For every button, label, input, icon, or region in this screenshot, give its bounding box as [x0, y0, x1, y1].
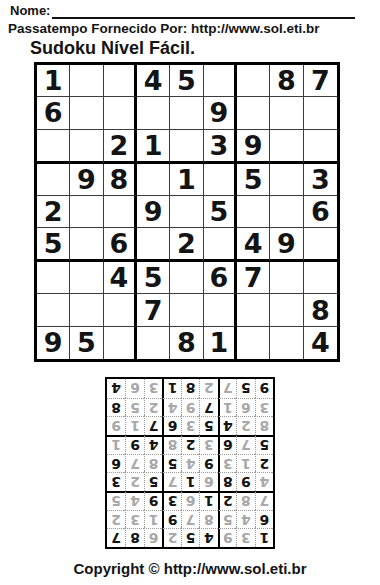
solution-cell-r8c1: 3 [255, 398, 273, 417]
solution-cell-r7c4: 5 [199, 416, 217, 435]
solution-cell-r3c2: 8 [236, 491, 254, 510]
puzzle-cell-r8c2[interactable] [70, 294, 103, 326]
puzzle-cell-r5c9[interactable]: 6 [304, 196, 337, 228]
puzzle-cell-r3c3[interactable]: 2 [104, 130, 137, 164]
solution-cell-r8c7: 2 [144, 398, 162, 417]
solution-cell-r1c1: 1 [255, 528, 273, 547]
solution-cell-r4c2: 9 [236, 472, 254, 491]
solution-cell-r2c5: 7 [181, 510, 199, 529]
solution-cell-r6c1: 5 [255, 435, 273, 454]
solution-cell-r8c9: 8 [107, 398, 125, 417]
solution-cell-r7c1: 8 [255, 416, 273, 435]
puzzle-cell-r1c2[interactable] [70, 65, 103, 97]
puzzle-cell-r6c7[interactable]: 4 [237, 228, 270, 262]
solution-cell-r8c6: 4 [162, 398, 180, 417]
puzzle-cell-r7c5[interactable] [170, 262, 203, 294]
solution-cell-r5c2: 1 [236, 454, 254, 473]
puzzle-cell-r4c6[interactable] [204, 164, 237, 196]
puzzle-cell-r2c2[interactable] [70, 97, 103, 129]
puzzle-cell-r5c6[interactable]: 5 [204, 196, 237, 228]
puzzle-cell-r7c9[interactable] [304, 262, 337, 294]
solution-cell-r9c1: 9 [255, 379, 273, 398]
puzzle-cell-r5c5[interactable] [170, 196, 203, 228]
puzzle-cell-r4c7[interactable]: 5 [237, 164, 270, 196]
puzzle-cell-r1c7[interactable] [237, 65, 270, 97]
puzzle-cell-r2c9[interactable] [304, 97, 337, 129]
sudoku-puzzle-grid: 145876921399815329565624945677895814 [34, 62, 340, 362]
solution-cell-r7c7: 7 [144, 416, 162, 435]
solution-cell-r9c6: 1 [162, 379, 180, 398]
puzzle-cell-r8c7[interactable] [237, 294, 270, 326]
puzzle-cell-r4c8[interactable] [270, 164, 303, 196]
puzzle-cell-r2c3[interactable] [104, 97, 137, 129]
puzzle-cell-r4c9[interactable]: 3 [304, 164, 337, 196]
solution-cell-r5c4: 9 [199, 454, 217, 473]
solution-cell-r8c3: 1 [218, 398, 236, 417]
puzzle-cell-r8c1[interactable] [37, 294, 70, 326]
puzzle-cell-r9c8[interactable] [270, 327, 303, 359]
provided-by-text: Passatempo Fornecido Por: http://www.sol… [8, 21, 320, 36]
solution-cell-r2c9: 2 [107, 510, 125, 529]
puzzle-cell-r9c7[interactable] [237, 327, 270, 359]
puzzle-cell-r6c8[interactable]: 9 [270, 228, 303, 262]
solution-cell-r4c6: 7 [162, 472, 180, 491]
solution-cell-r2c8: 3 [125, 510, 143, 529]
solution-cell-r5c8: 7 [125, 454, 143, 473]
solution-cell-r1c9: 7 [107, 528, 125, 547]
puzzle-cell-r7c8[interactable] [270, 262, 303, 294]
puzzle-cell-r9c5[interactable]: 8 [170, 327, 203, 359]
puzzle-cell-r8c8[interactable] [270, 294, 303, 326]
puzzle-cell-r7c6[interactable]: 6 [204, 262, 237, 294]
solution-cell-r6c8: 9 [125, 435, 143, 454]
puzzle-cell-r6c5[interactable]: 2 [170, 228, 203, 262]
solution-cell-r9c9: 4 [107, 379, 125, 398]
solution-cell-r1c5: 5 [181, 528, 199, 547]
puzzle-cell-r7c4[interactable]: 5 [137, 262, 170, 294]
solution-cell-r1c2: 3 [236, 528, 254, 547]
sudoku-solution-grid-rotated: 1394526876458791327821639454986175232139… [105, 377, 275, 549]
solution-cell-r2c6: 9 [162, 510, 180, 529]
solution-cell-r6c6: 8 [162, 435, 180, 454]
solution-cell-r2c4: 8 [199, 510, 217, 529]
puzzle-cell-r1c8[interactable]: 8 [270, 65, 303, 97]
puzzle-cell-r6c4[interactable] [137, 228, 170, 262]
solution-cell-r5c3: 3 [218, 454, 236, 473]
solution-cell-r9c2: 5 [236, 379, 254, 398]
solution-cell-r5c6: 5 [162, 454, 180, 473]
puzzle-cell-r6c9[interactable] [304, 228, 337, 262]
solution-cell-r4c1: 4 [255, 472, 273, 491]
solution-cell-r5c7: 8 [144, 454, 162, 473]
solution-cell-r4c3: 8 [218, 472, 236, 491]
copyright-text: Copyright © http://www.sol.eti.br [0, 560, 380, 577]
puzzle-cell-r8c6[interactable] [204, 294, 237, 326]
puzzle-cell-r3c8[interactable] [270, 130, 303, 164]
page-title: Sudoku Nível Fácil. [30, 38, 195, 59]
puzzle-cell-r1c6[interactable] [204, 65, 237, 97]
puzzle-cell-r2c8[interactable] [270, 97, 303, 129]
puzzle-cell-r4c5[interactable]: 1 [170, 164, 203, 196]
solution-cell-r6c2: 7 [236, 435, 254, 454]
solution-cell-r6c9: 1 [107, 435, 125, 454]
solution-cell-r3c3: 2 [218, 491, 236, 510]
puzzle-cell-r9c4[interactable] [137, 327, 170, 359]
solution-cell-r3c8: 4 [125, 491, 143, 510]
puzzle-cell-r2c4[interactable] [137, 97, 170, 129]
puzzle-cell-r8c9[interactable]: 8 [304, 294, 337, 326]
puzzle-cell-r6c1[interactable]: 5 [37, 228, 70, 262]
solution-cell-r3c5: 6 [181, 491, 199, 510]
solution-cell-r1c6: 2 [162, 528, 180, 547]
solution-cell-r2c2: 4 [236, 510, 254, 529]
solution-cell-r1c8: 8 [125, 528, 143, 547]
puzzle-cell-r6c6[interactable] [204, 228, 237, 262]
puzzle-cell-r3c4[interactable]: 1 [137, 130, 170, 164]
solution-cell-r9c5: 8 [181, 379, 199, 398]
puzzle-cell-r1c1[interactable]: 1 [37, 65, 70, 97]
puzzle-cell-r7c7[interactable]: 7 [237, 262, 270, 294]
solution-cell-r6c7: 4 [144, 435, 162, 454]
puzzle-cell-r2c7[interactable] [237, 97, 270, 129]
solution-cell-r7c2: 2 [236, 416, 254, 435]
puzzle-cell-r2c1[interactable]: 6 [37, 97, 70, 129]
solution-cell-r7c5: 3 [181, 416, 199, 435]
puzzle-cell-r9c6[interactable]: 1 [204, 327, 237, 359]
solution-cell-r7c3: 4 [218, 416, 236, 435]
solution-cell-r6c4: 3 [199, 435, 217, 454]
solution-cell-r4c4: 6 [199, 472, 217, 491]
solution-cell-r9c7: 3 [144, 379, 162, 398]
puzzle-cell-r4c1[interactable] [37, 164, 70, 196]
solution-cell-r1c3: 9 [218, 528, 236, 547]
solution-cell-r7c9: 9 [107, 416, 125, 435]
solution-cell-r5c1: 2 [255, 454, 273, 473]
puzzle-cell-r3c5[interactable] [170, 130, 203, 164]
solution-cell-r4c9: 3 [107, 472, 125, 491]
puzzle-cell-r6c3[interactable]: 6 [104, 228, 137, 262]
puzzle-cell-r9c3[interactable] [104, 327, 137, 359]
puzzle-cell-r5c1[interactable]: 2 [37, 196, 70, 228]
puzzle-cell-r9c2[interactable]: 5 [70, 327, 103, 359]
solution-cell-r1c4: 4 [199, 528, 217, 547]
puzzle-cell-r5c4[interactable]: 9 [137, 196, 170, 228]
puzzle-cell-r5c8[interactable] [270, 196, 303, 228]
solution-cell-r3c4: 1 [199, 491, 217, 510]
puzzle-cell-r3c2[interactable] [70, 130, 103, 164]
puzzle-cell-r7c2[interactable] [70, 262, 103, 294]
solution-cell-r5c9: 6 [107, 454, 125, 473]
puzzle-cell-r8c3[interactable] [104, 294, 137, 326]
puzzle-cell-r9c9[interactable]: 4 [304, 327, 337, 359]
solution-cell-r5c5: 4 [181, 454, 199, 473]
puzzle-cell-r5c2[interactable] [70, 196, 103, 228]
puzzle-cell-r5c3[interactable] [104, 196, 137, 228]
solution-cell-r6c5: 2 [181, 435, 199, 454]
solution-cell-r1c7: 6 [144, 528, 162, 547]
puzzle-cell-r5c7[interactable] [237, 196, 270, 228]
solution-cell-r3c1: 7 [255, 491, 273, 510]
puzzle-cell-r7c1[interactable] [37, 262, 70, 294]
solution-cell-r8c5: 9 [181, 398, 199, 417]
solution-cell-r4c5: 1 [181, 472, 199, 491]
puzzle-cell-r1c3[interactable] [104, 65, 137, 97]
puzzle-cell-r4c3[interactable]: 8 [104, 164, 137, 196]
puzzle-cell-r9c1[interactable]: 9 [37, 327, 70, 359]
puzzle-cell-r1c5[interactable]: 5 [170, 65, 203, 97]
name-row: Nome: [10, 3, 355, 19]
puzzle-cell-r8c4[interactable]: 7 [137, 294, 170, 326]
name-label: Nome: [10, 3, 50, 19]
solution-cell-r2c3: 5 [218, 510, 236, 529]
puzzle-cell-r3c9[interactable] [304, 130, 337, 164]
solution-cell-r9c4: 2 [199, 379, 217, 398]
puzzle-cell-r3c1[interactable] [37, 130, 70, 164]
solution-cell-r2c1: 6 [255, 510, 273, 529]
puzzle-cell-r3c7[interactable]: 9 [237, 130, 270, 164]
puzzle-cell-r1c9[interactable]: 7 [304, 65, 337, 97]
solution-cell-r6c3: 6 [218, 435, 236, 454]
puzzle-cell-r4c4[interactable] [137, 164, 170, 196]
solution-cell-r3c9: 5 [107, 491, 125, 510]
puzzle-cell-r3c6[interactable]: 3 [204, 130, 237, 164]
solution-cell-r4c7: 5 [144, 472, 162, 491]
puzzle-cell-r4c2[interactable]: 9 [70, 164, 103, 196]
solution-cell-r9c8: 6 [125, 379, 143, 398]
puzzle-cell-r2c6[interactable]: 9 [204, 97, 237, 129]
sudoku-worksheet-page: Nome: Passatempo Fornecido Por: http://w… [0, 0, 380, 585]
puzzle-cell-r2c5[interactable] [170, 97, 203, 129]
solution-cell-r3c7: 9 [144, 491, 162, 510]
solution-cell-r8c8: 5 [125, 398, 143, 417]
solution-cell-r7c6: 6 [162, 416, 180, 435]
puzzle-cell-r8c5[interactable] [170, 294, 203, 326]
puzzle-cell-r6c2[interactable] [70, 228, 103, 262]
solution-cell-r8c2: 6 [236, 398, 254, 417]
name-input-line[interactable] [52, 3, 355, 19]
puzzle-cell-r1c4[interactable]: 4 [137, 65, 170, 97]
solution-cell-r8c4: 7 [199, 398, 217, 417]
solution-cell-r7c8: 1 [125, 416, 143, 435]
solution-cell-r9c3: 7 [218, 379, 236, 398]
solution-cell-r4c8: 2 [125, 472, 143, 491]
puzzle-cell-r7c3[interactable]: 4 [104, 262, 137, 294]
solution-cell-r3c6: 3 [162, 491, 180, 510]
solution-cell-r2c7: 1 [144, 510, 162, 529]
